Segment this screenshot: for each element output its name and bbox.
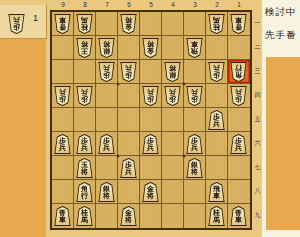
piece-sente-king[interactable]: 玉将 bbox=[76, 158, 93, 178]
board-square[interactable]: 銀将 bbox=[184, 156, 206, 180]
piece-sente-silver[interactable]: 銀将 bbox=[186, 158, 203, 178]
piece-kanji: 歩兵 bbox=[208, 64, 225, 79]
piece-kanji: 飛車 bbox=[186, 40, 203, 55]
piece-gote-knight[interactable]: 桂馬 bbox=[208, 14, 225, 34]
file-label: 4 bbox=[162, 0, 184, 9]
board-square[interactable]: 金将 bbox=[118, 204, 140, 228]
piece-kanji: 飛車 bbox=[208, 185, 225, 200]
piece-sente-pawn[interactable]: 歩兵 bbox=[230, 134, 247, 154]
board-square[interactable] bbox=[228, 36, 250, 60]
board-square[interactable]: 飛車 bbox=[206, 180, 228, 204]
rank-label: 六 bbox=[253, 139, 262, 148]
piece-kanji: 歩兵 bbox=[230, 88, 247, 103]
board-square[interactable]: 銀将 bbox=[162, 60, 184, 84]
board-square[interactable] bbox=[184, 60, 206, 84]
star-point bbox=[117, 83, 120, 86]
board-square[interactable] bbox=[118, 108, 140, 132]
piece-gote-pawn[interactable]: 歩兵 bbox=[186, 86, 203, 106]
sente-komadai bbox=[266, 57, 300, 230]
piece-sente-silver[interactable]: 銀将 bbox=[98, 182, 115, 202]
piece-sente-pawn[interactable]: 歩兵 bbox=[120, 158, 137, 178]
file-label: 9 bbox=[52, 0, 74, 9]
board-square[interactable]: 歩兵 bbox=[52, 84, 74, 108]
piece-kanji: 歩兵 bbox=[142, 137, 159, 152]
piece-gote-king[interactable]: 王将 bbox=[76, 38, 93, 58]
board-square[interactable] bbox=[162, 180, 184, 204]
board-square[interactable]: 香車 bbox=[228, 12, 250, 36]
board-square[interactable]: 歩兵 bbox=[228, 84, 250, 108]
piece-kanji: 香車 bbox=[54, 209, 71, 224]
piece-kanji: 銀将 bbox=[98, 185, 115, 200]
rank-label: 五 bbox=[253, 115, 262, 124]
board-square[interactable]: 桂馬 bbox=[74, 12, 96, 36]
board-square[interactable]: 香車 bbox=[52, 12, 74, 36]
board-square[interactable] bbox=[228, 108, 250, 132]
piece-gote-pawn[interactable]: 歩兵 bbox=[98, 62, 115, 82]
piece-gote-pawn[interactable]: 歩兵 bbox=[120, 62, 137, 82]
piece-gote-pawn[interactable]: 歩兵 bbox=[230, 86, 247, 106]
piece-kanji: 歩兵 bbox=[54, 88, 71, 103]
board-square[interactable] bbox=[96, 156, 118, 180]
board-square[interactable]: 歩兵 bbox=[140, 84, 162, 108]
piece-gote-pawn[interactable]: 歩兵 bbox=[208, 62, 225, 82]
board-square[interactable] bbox=[228, 180, 250, 204]
board-square[interactable]: 歩兵 bbox=[228, 132, 250, 156]
piece-gote-lance[interactable]: 香車 bbox=[54, 14, 71, 34]
board-square[interactable]: 歩兵 bbox=[96, 132, 118, 156]
piece-gote-pawn[interactable]: 歩兵 bbox=[54, 86, 71, 106]
piece-kanji: 歩兵 bbox=[208, 113, 225, 128]
piece-kanji: 歩兵 bbox=[54, 137, 71, 152]
board-square[interactable] bbox=[162, 108, 184, 132]
board-square[interactable]: 歩兵 bbox=[140, 132, 162, 156]
file-label: 1 bbox=[228, 0, 250, 9]
gote-komadai: 歩兵 bbox=[0, 5, 47, 39]
piece-kanji: 桂馬 bbox=[76, 16, 93, 31]
piece-sente-bishop[interactable]: 角行 bbox=[76, 182, 93, 202]
board-square[interactable]: 歩兵 bbox=[118, 60, 140, 84]
board-square[interactable]: 香車 bbox=[52, 204, 74, 228]
board-square[interactable]: 歩兵 bbox=[52, 132, 74, 156]
piece-kanji: 歩兵 bbox=[186, 137, 203, 152]
board-square[interactable]: 銀将 bbox=[96, 36, 118, 60]
board-square[interactable] bbox=[74, 60, 96, 84]
star-point bbox=[183, 83, 186, 86]
piece-gote-bishop[interactable]: 角行 bbox=[230, 62, 247, 82]
star-point bbox=[117, 155, 120, 158]
piece-kanji: 香車 bbox=[230, 16, 247, 31]
board-square[interactable] bbox=[52, 36, 74, 60]
piece-gote-lance[interactable]: 香車 bbox=[230, 14, 247, 34]
board-square[interactable] bbox=[52, 156, 74, 180]
board-square[interactable] bbox=[96, 84, 118, 108]
file-label: 7 bbox=[96, 0, 118, 9]
board-square[interactable] bbox=[162, 12, 184, 36]
piece-sente-knight[interactable]: 桂馬 bbox=[76, 206, 93, 226]
piece-kanji: 金将 bbox=[142, 40, 159, 55]
piece-gote-pawn[interactable]: 歩兵 bbox=[142, 86, 159, 106]
board-square[interactable]: 歩兵 bbox=[206, 60, 228, 84]
board-square[interactable] bbox=[162, 204, 184, 228]
board-square[interactable]: 歩兵 bbox=[162, 84, 184, 108]
board-square[interactable] bbox=[184, 180, 206, 204]
piece-sente-lance[interactable]: 香車 bbox=[230, 206, 247, 226]
board-square[interactable] bbox=[184, 204, 206, 228]
board-square[interactable] bbox=[206, 132, 228, 156]
board-square[interactable] bbox=[52, 180, 74, 204]
board-grid: 香車桂馬金将桂馬香車王将銀将金将飛車歩兵歩兵銀将歩兵角行歩兵歩兵歩兵歩兵歩兵歩兵… bbox=[52, 12, 250, 228]
piece-sente-gold[interactable]: 金将 bbox=[120, 206, 137, 226]
board-square[interactable] bbox=[140, 156, 162, 180]
board-square[interactable]: 銀将 bbox=[96, 180, 118, 204]
piece-gote-gold[interactable]: 金将 bbox=[142, 38, 159, 58]
piece-kanji: 銀将 bbox=[164, 64, 181, 79]
board-square[interactable]: 香車 bbox=[228, 204, 250, 228]
board-square[interactable]: 歩兵 bbox=[74, 132, 96, 156]
piece-kanji: 桂馬 bbox=[76, 209, 93, 224]
board-square[interactable] bbox=[118, 84, 140, 108]
board-square[interactable] bbox=[118, 36, 140, 60]
turn-indicator-label: 先手番 bbox=[265, 29, 297, 42]
board-square[interactable] bbox=[140, 204, 162, 228]
rank-label: 四 bbox=[253, 91, 262, 100]
piece-kanji: 歩兵 bbox=[98, 137, 115, 152]
rank-label: 一 bbox=[253, 19, 262, 28]
piece-sente-pawn[interactable]: 歩兵 bbox=[208, 110, 225, 130]
star-point bbox=[183, 155, 186, 158]
piece-kanji: 王将 bbox=[76, 40, 93, 55]
board-square[interactable] bbox=[140, 60, 162, 84]
board-square[interactable]: 歩兵 bbox=[206, 108, 228, 132]
piece-sente-lance[interactable]: 香車 bbox=[54, 206, 71, 226]
board-square[interactable]: 玉将 bbox=[74, 156, 96, 180]
piece-gote-gold[interactable]: 金将 bbox=[120, 14, 137, 34]
piece-kanji: 歩兵 bbox=[98, 64, 115, 79]
rank-label: 二 bbox=[253, 43, 262, 52]
piece-kanji: 香車 bbox=[54, 16, 71, 31]
gote-hand-pawn-count: 1 bbox=[33, 13, 38, 23]
file-label: 2 bbox=[206, 0, 228, 9]
board-square[interactable]: 歩兵 bbox=[74, 84, 96, 108]
rank-label: 九 bbox=[253, 211, 262, 220]
piece-kanji: 銀将 bbox=[186, 161, 203, 176]
piece-kanji: 歩兵 bbox=[76, 137, 93, 152]
piece-gote-pawn[interactable]: 歩兵 bbox=[164, 86, 181, 106]
piece-sente-pawn[interactable]: 歩兵 bbox=[142, 134, 159, 154]
piece-kanji: 金将 bbox=[120, 209, 137, 224]
piece-kanji: 角行 bbox=[230, 64, 247, 79]
board-square[interactable] bbox=[96, 108, 118, 132]
rank-label: 三 bbox=[253, 67, 262, 76]
piece-kanji: 金将 bbox=[120, 16, 137, 31]
piece-sente-pawn[interactable]: 歩兵 bbox=[186, 134, 203, 154]
board-square[interactable] bbox=[162, 156, 184, 180]
piece-gote-pawn[interactable]: 歩兵 bbox=[76, 86, 93, 106]
piece-kanji: 歩兵 bbox=[120, 161, 137, 176]
file-label: 6 bbox=[118, 0, 140, 9]
piece-kanji: 歩兵 bbox=[142, 88, 159, 103]
piece-kanji: 歩兵 bbox=[76, 88, 93, 103]
board-square[interactable]: 歩兵 bbox=[118, 156, 140, 180]
file-label: 3 bbox=[184, 0, 206, 9]
piece-gote-pawn-in-hand[interactable]: 歩兵 bbox=[8, 14, 25, 34]
board-square[interactable]: 歩兵 bbox=[96, 60, 118, 84]
board-square[interactable] bbox=[52, 108, 74, 132]
shogi-board: 香車桂馬金将桂馬香車王将銀将金将飛車歩兵歩兵銀将歩兵角行歩兵歩兵歩兵歩兵歩兵歩兵… bbox=[50, 10, 252, 230]
piece-gote-silver[interactable]: 銀将 bbox=[98, 38, 115, 58]
piece-sente-knight[interactable]: 桂馬 bbox=[208, 206, 225, 226]
piece-kanji: 歩兵 bbox=[120, 64, 137, 79]
piece-kanji: 香車 bbox=[230, 209, 247, 224]
file-label: 5 bbox=[140, 0, 162, 9]
shogi-analysis-window: { "game": "shogi", "app": { "status_top"… bbox=[0, 0, 300, 237]
board-square[interactable] bbox=[118, 132, 140, 156]
board-square[interactable] bbox=[118, 180, 140, 204]
piece-kanji: 歩兵 bbox=[164, 88, 181, 103]
piece-kanji: 歩兵 bbox=[186, 88, 203, 103]
board-square[interactable] bbox=[206, 156, 228, 180]
piece-kanji: 玉将 bbox=[76, 161, 93, 176]
board-square[interactable] bbox=[162, 132, 184, 156]
board-square[interactable]: 飛車 bbox=[184, 36, 206, 60]
piece-kanji: 歩兵 bbox=[8, 16, 25, 31]
board-square[interactable]: 角行 bbox=[228, 60, 250, 84]
board-square[interactable]: 金将 bbox=[140, 180, 162, 204]
piece-sente-pawn[interactable]: 歩兵 bbox=[76, 134, 93, 154]
board-square[interactable] bbox=[52, 60, 74, 84]
board-square[interactable]: 桂馬 bbox=[74, 204, 96, 228]
piece-kanji: 歩兵 bbox=[230, 137, 247, 152]
status-kentochu-label: 検討中 bbox=[265, 6, 297, 19]
rank-label: 七 bbox=[253, 163, 262, 172]
rank-label: 八 bbox=[253, 187, 262, 196]
board-square[interactable] bbox=[206, 84, 228, 108]
file-label: 8 bbox=[74, 0, 96, 9]
board-square[interactable]: 角行 bbox=[74, 180, 96, 204]
piece-kanji: 桂馬 bbox=[208, 16, 225, 31]
board-square[interactable] bbox=[96, 12, 118, 36]
board-square[interactable] bbox=[206, 36, 228, 60]
piece-kanji: 角行 bbox=[76, 185, 93, 200]
board-square[interactable] bbox=[74, 108, 96, 132]
board-square[interactable]: 歩兵 bbox=[184, 132, 206, 156]
piece-sente-pawn[interactable]: 歩兵 bbox=[54, 134, 71, 154]
piece-gote-silver[interactable]: 銀将 bbox=[164, 62, 181, 82]
board-square[interactable] bbox=[162, 36, 184, 60]
board-square[interactable]: 金将 bbox=[118, 12, 140, 36]
board-square[interactable]: 桂馬 bbox=[206, 12, 228, 36]
board-square[interactable]: 金将 bbox=[140, 36, 162, 60]
piece-kanji: 金将 bbox=[142, 185, 159, 200]
piece-kanji: 銀将 bbox=[98, 40, 115, 55]
gote-komadai-lower-panel bbox=[0, 38, 46, 237]
board-square[interactable] bbox=[140, 108, 162, 132]
board-square[interactable] bbox=[228, 156, 250, 180]
piece-gote-knight[interactable]: 桂馬 bbox=[76, 14, 93, 34]
board-square[interactable]: 桂馬 bbox=[206, 204, 228, 228]
board-square[interactable]: 歩兵 bbox=[184, 84, 206, 108]
piece-sente-rook[interactable]: 飛車 bbox=[208, 182, 225, 202]
piece-sente-gold[interactable]: 金将 bbox=[142, 182, 159, 202]
piece-sente-pawn[interactable]: 歩兵 bbox=[98, 134, 115, 154]
board-square[interactable] bbox=[184, 108, 206, 132]
board-square[interactable] bbox=[140, 12, 162, 36]
board-square[interactable] bbox=[184, 12, 206, 36]
piece-kanji: 桂馬 bbox=[208, 209, 225, 224]
piece-gote-rook[interactable]: 飛車 bbox=[186, 38, 203, 58]
board-square[interactable]: 王将 bbox=[74, 36, 96, 60]
board-square[interactable] bbox=[96, 204, 118, 228]
